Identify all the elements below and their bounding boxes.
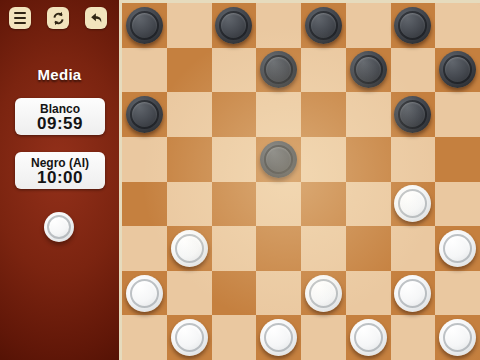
square-r3c1[interactable]	[167, 137, 212, 182]
square-r7c5[interactable]	[346, 315, 391, 360]
square-r1c1[interactable]	[167, 48, 212, 93]
square-r6c7[interactable]	[435, 271, 480, 316]
square-r7c4[interactable]	[301, 315, 346, 360]
sidebar: Media Blanco 09:59 Negro (AI) 10:00	[0, 0, 119, 360]
square-r0c1[interactable]	[167, 3, 212, 48]
square-r3c2[interactable]	[212, 137, 257, 182]
square-r2c5[interactable]	[346, 92, 391, 137]
square-r1c7[interactable]	[435, 48, 480, 93]
board-area	[119, 0, 480, 360]
undo-button[interactable]	[85, 7, 107, 29]
square-r3c0[interactable]	[122, 137, 167, 182]
square-r1c0[interactable]	[122, 48, 167, 93]
square-r0c3[interactable]	[256, 3, 301, 48]
square-r4c2[interactable]	[212, 182, 257, 227]
square-r4c5[interactable]	[346, 182, 391, 227]
square-r7c6[interactable]	[391, 315, 436, 360]
black-piece[interactable]	[394, 96, 431, 133]
square-r3c4[interactable]	[301, 137, 346, 182]
white-piece[interactable]	[126, 275, 163, 312]
square-r0c2[interactable]	[212, 3, 257, 48]
white-turn-piece-icon	[44, 212, 74, 242]
square-r5c5[interactable]	[346, 226, 391, 271]
square-r2c1[interactable]	[167, 92, 212, 137]
white-clock-time: 09:59	[15, 114, 105, 134]
menu-icon	[14, 12, 26, 24]
black-piece[interactable]	[126, 96, 163, 133]
square-r2c0[interactable]	[122, 92, 167, 137]
square-r3c5[interactable]	[346, 137, 391, 182]
square-r3c6[interactable]	[391, 137, 436, 182]
square-r6c6[interactable]	[391, 271, 436, 316]
black-clock-time: 10:00	[15, 168, 105, 188]
white-piece[interactable]	[394, 185, 431, 222]
square-r2c3[interactable]	[256, 92, 301, 137]
black-piece[interactable]	[126, 7, 163, 44]
restart-icon	[51, 11, 66, 26]
difficulty-label: Media	[0, 66, 119, 83]
square-r0c5[interactable]	[346, 3, 391, 48]
white-piece[interactable]	[350, 319, 387, 356]
square-r4c7[interactable]	[435, 182, 480, 227]
black-piece[interactable]	[260, 141, 297, 178]
square-r1c3[interactable]	[256, 48, 301, 93]
checkers-app: Media Blanco 09:59 Negro (AI) 10:00	[0, 0, 480, 360]
square-r4c0[interactable]	[122, 182, 167, 227]
square-r1c6[interactable]	[391, 48, 436, 93]
square-r7c7[interactable]	[435, 315, 480, 360]
square-r2c7[interactable]	[435, 92, 480, 137]
white-piece[interactable]	[394, 275, 431, 312]
square-r6c5[interactable]	[346, 271, 391, 316]
square-r4c6[interactable]	[391, 182, 436, 227]
white-piece[interactable]	[439, 319, 476, 356]
square-r7c1[interactable]	[167, 315, 212, 360]
square-r1c2[interactable]	[212, 48, 257, 93]
square-r7c3[interactable]	[256, 315, 301, 360]
undo-icon	[89, 11, 104, 26]
black-piece[interactable]	[439, 51, 476, 88]
black-piece[interactable]	[305, 7, 342, 44]
black-piece[interactable]	[215, 7, 252, 44]
square-r5c2[interactable]	[212, 226, 257, 271]
square-r6c4[interactable]	[301, 271, 346, 316]
white-piece[interactable]	[171, 319, 208, 356]
square-r7c0[interactable]	[122, 315, 167, 360]
square-r5c0[interactable]	[122, 226, 167, 271]
menu-button[interactable]	[9, 7, 31, 29]
square-r0c4[interactable]	[301, 3, 346, 48]
square-r6c3[interactable]	[256, 271, 301, 316]
square-r5c6[interactable]	[391, 226, 436, 271]
square-r7c2[interactable]	[212, 315, 257, 360]
board	[122, 3, 480, 360]
square-r1c5[interactable]	[346, 48, 391, 93]
white-piece[interactable]	[305, 275, 342, 312]
white-clock-panel: Blanco 09:59	[15, 98, 105, 135]
square-r1c4[interactable]	[301, 48, 346, 93]
square-r5c4[interactable]	[301, 226, 346, 271]
turn-indicator	[44, 212, 74, 242]
square-r2c4[interactable]	[301, 92, 346, 137]
square-r6c2[interactable]	[212, 271, 257, 316]
white-piece[interactable]	[260, 319, 297, 356]
square-r4c3[interactable]	[256, 182, 301, 227]
restart-button[interactable]	[47, 7, 69, 29]
square-r2c2[interactable]	[212, 92, 257, 137]
square-r0c7[interactable]	[435, 3, 480, 48]
square-r5c3[interactable]	[256, 226, 301, 271]
black-piece[interactable]	[260, 51, 297, 88]
black-piece[interactable]	[394, 7, 431, 44]
square-r2c6[interactable]	[391, 92, 436, 137]
square-r5c7[interactable]	[435, 226, 480, 271]
square-r3c7[interactable]	[435, 137, 480, 182]
white-piece[interactable]	[171, 230, 208, 267]
black-piece[interactable]	[350, 51, 387, 88]
square-r3c3[interactable]	[256, 137, 301, 182]
square-r4c4[interactable]	[301, 182, 346, 227]
square-r6c1[interactable]	[167, 271, 212, 316]
black-clock-panel: Negro (AI) 10:00	[15, 152, 105, 189]
square-r4c1[interactable]	[167, 182, 212, 227]
square-r5c1[interactable]	[167, 226, 212, 271]
square-r6c0[interactable]	[122, 271, 167, 316]
square-r0c0[interactable]	[122, 3, 167, 48]
toolbar	[0, 0, 119, 29]
white-piece[interactable]	[439, 230, 476, 267]
square-r0c6[interactable]	[391, 3, 436, 48]
